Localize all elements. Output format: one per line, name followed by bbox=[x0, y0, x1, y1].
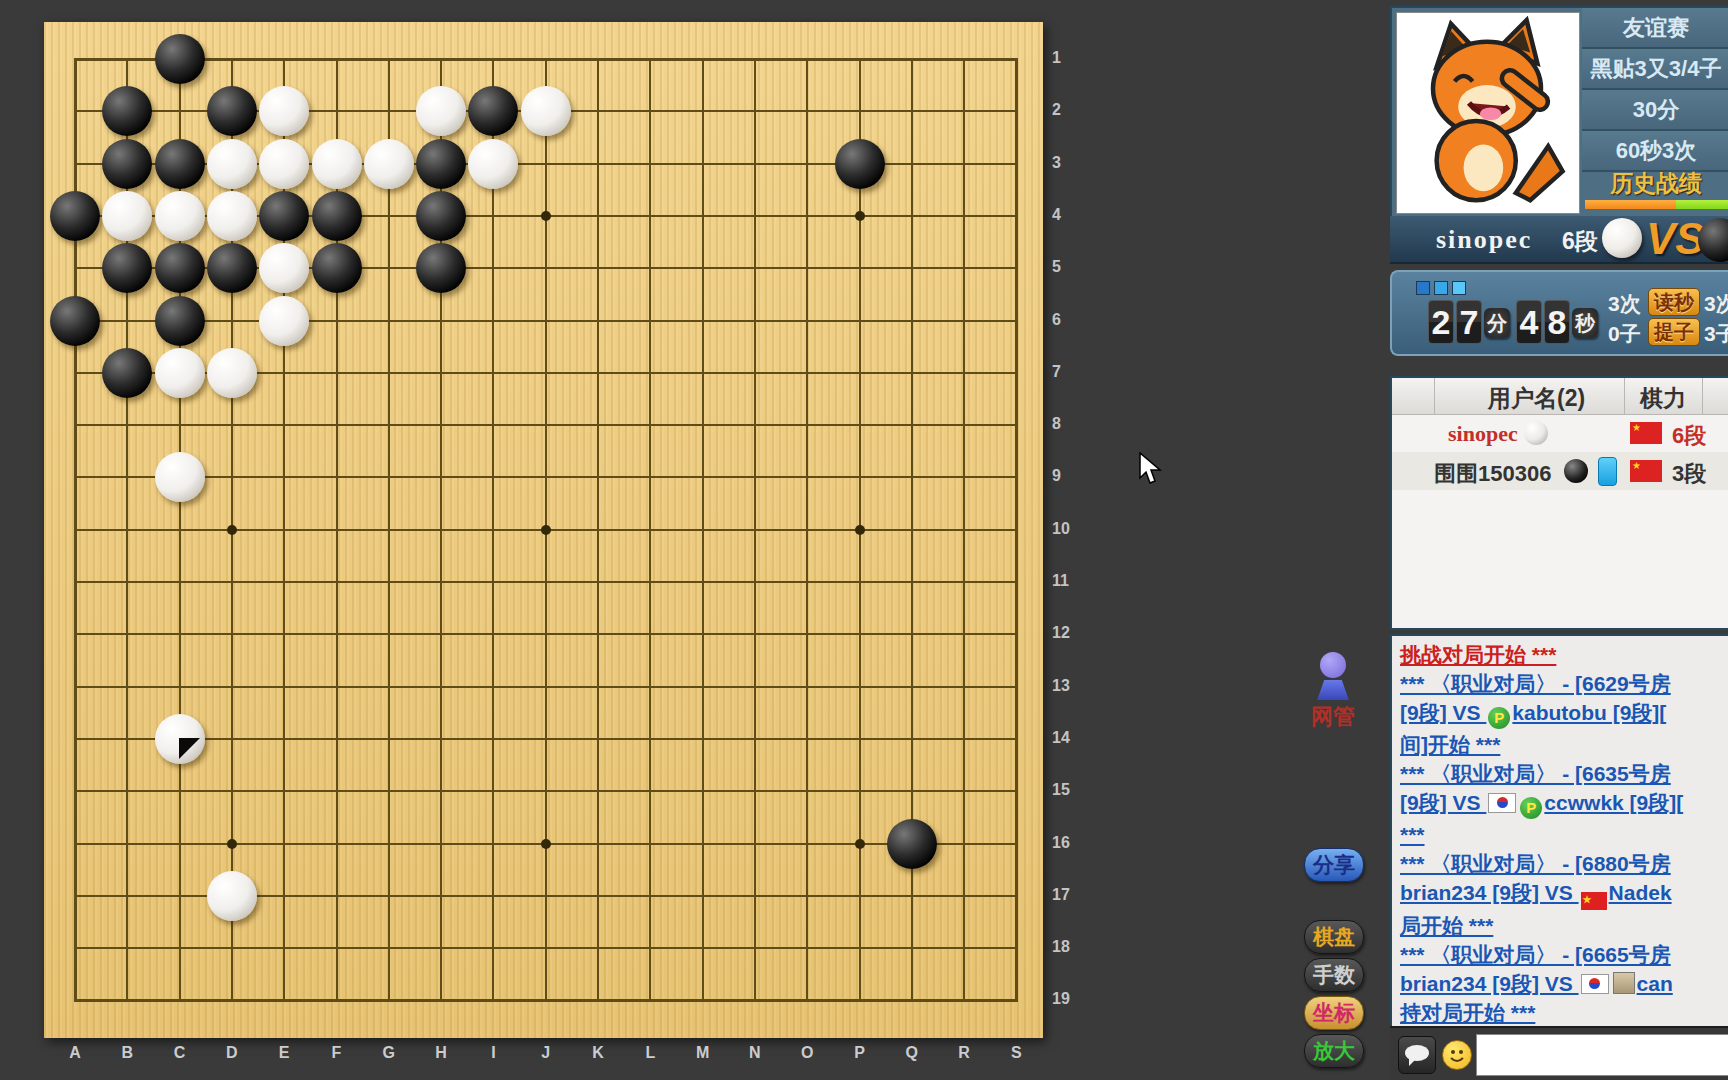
row-label: 1 bbox=[1052, 49, 1086, 67]
black-stone bbox=[259, 191, 309, 241]
column-label: R bbox=[949, 1044, 979, 1062]
black-stone bbox=[207, 243, 257, 293]
black-stone bbox=[835, 139, 885, 189]
broadcast-line[interactable]: brian234 [9段] VS can bbox=[1392, 969, 1728, 998]
p-badge-icon: P bbox=[1520, 797, 1542, 819]
broadcast-text: *** 〈职业对局〉 - [6635号房 bbox=[1400, 762, 1671, 785]
broadcast-text: 间]开始 *** bbox=[1400, 733, 1500, 756]
mouse-cursor bbox=[1138, 452, 1164, 486]
black-stone bbox=[887, 819, 937, 869]
broadcast-line[interactable]: brian234 [9段] VS ★Nadek bbox=[1392, 878, 1728, 911]
user-list-header: 用户名(2) 棋力 bbox=[1392, 378, 1728, 415]
black-stone-icon bbox=[1564, 459, 1588, 483]
column-label: D bbox=[217, 1044, 247, 1062]
broadcast-text: ccwwkk [9段][ bbox=[1544, 791, 1683, 814]
go-board[interactable] bbox=[44, 22, 1043, 1038]
row-label: 18 bbox=[1052, 938, 1086, 956]
history-bar-green bbox=[1676, 200, 1728, 209]
white-stone bbox=[207, 871, 257, 921]
share-button[interactable]: 分享 bbox=[1304, 848, 1364, 882]
row-label: 15 bbox=[1052, 781, 1086, 799]
broadcast-text: kabutobu [9段][ bbox=[1512, 701, 1666, 724]
grid-line-horizontal bbox=[74, 633, 1018, 635]
move-count-button[interactable]: 手数 bbox=[1304, 958, 1364, 992]
last-move-triangle-marker bbox=[179, 738, 200, 759]
column-label: H bbox=[426, 1044, 456, 1062]
broadcast-text: brian234 [9段] VS bbox=[1400, 881, 1579, 904]
smiley-icon bbox=[1443, 1041, 1471, 1069]
column-label: E bbox=[269, 1044, 299, 1062]
main-time-label: 30分 bbox=[1582, 90, 1728, 131]
grid-line-horizontal bbox=[74, 686, 1018, 688]
white-stone bbox=[155, 452, 205, 502]
broadcast-text: *** 〈职业对局〉 - [6629号房 bbox=[1400, 672, 1671, 695]
broadcast-text: can bbox=[1637, 972, 1673, 995]
column-label: F bbox=[322, 1044, 352, 1062]
black-stone bbox=[416, 191, 466, 241]
column-label: C bbox=[165, 1044, 195, 1062]
column-label: K bbox=[583, 1044, 613, 1062]
broadcast-line[interactable]: *** 〈职业对局〉 - [6635号房 bbox=[1392, 759, 1728, 788]
cn-flag-icon: ★ bbox=[1630, 422, 1662, 444]
p-badge-icon: P bbox=[1488, 707, 1510, 729]
white-stone bbox=[155, 191, 205, 241]
white-stone bbox=[259, 296, 309, 346]
grid-line-horizontal bbox=[74, 947, 1018, 949]
coordinates-button[interactable]: 坐标 bbox=[1304, 996, 1364, 1030]
chat-text-input[interactable] bbox=[1476, 1034, 1728, 1076]
clock-indicator-1 bbox=[1416, 281, 1430, 295]
second-unit-badge: 秒 bbox=[1572, 308, 1598, 338]
rank-column-header[interactable]: 棋力 bbox=[1640, 383, 1686, 414]
clock-minute-ones: 7 bbox=[1456, 300, 1482, 344]
broadcast-line[interactable]: 挑战对局开始 *** bbox=[1392, 640, 1728, 669]
board-button[interactable]: 棋盘 bbox=[1304, 920, 1364, 954]
black-stone bbox=[155, 243, 205, 293]
speech-bubble-tail bbox=[1409, 1059, 1416, 1066]
column-label: B bbox=[112, 1044, 142, 1062]
username-column-header[interactable]: 用户名(2) bbox=[1488, 383, 1585, 414]
broadcast-text: [9段] VS bbox=[1400, 701, 1486, 724]
black-stone bbox=[312, 243, 362, 293]
clock-second-ones: 8 bbox=[1544, 300, 1570, 344]
white-stone-icon bbox=[1524, 421, 1548, 445]
black-stone bbox=[416, 243, 466, 293]
column-label: J bbox=[531, 1044, 561, 1062]
match-info-panel: 友谊赛 黑贴3又3/4子 30分 60秒3次 历史战绩 bbox=[1390, 6, 1728, 220]
black-stone bbox=[155, 296, 205, 346]
header-divider bbox=[1624, 378, 1625, 414]
broadcast-text: 局开始 *** bbox=[1400, 914, 1493, 937]
broadcast-line[interactable]: 局开始 *** bbox=[1392, 911, 1728, 940]
black-stone bbox=[102, 348, 152, 398]
black-stone bbox=[207, 86, 257, 136]
column-label: G bbox=[374, 1044, 404, 1062]
user-name: sinopec bbox=[1448, 421, 1518, 447]
star-point bbox=[855, 211, 865, 221]
clock-indicator-2 bbox=[1434, 281, 1448, 295]
komi-label: 黑贴3又3/4子 bbox=[1582, 49, 1728, 90]
row-label: 19 bbox=[1052, 990, 1086, 1008]
row-label: 10 bbox=[1052, 520, 1086, 538]
column-label: I bbox=[478, 1044, 508, 1062]
row-label: 6 bbox=[1052, 311, 1086, 329]
white-stone-icon bbox=[1602, 218, 1642, 258]
header-divider bbox=[1434, 378, 1435, 414]
black-stone bbox=[102, 139, 152, 189]
cn-flag-icon: ★ bbox=[1581, 892, 1607, 910]
column-label: S bbox=[1001, 1044, 1031, 1062]
byoyomi-rule-label: 60秒3次 bbox=[1582, 131, 1728, 172]
grid-line-vertical bbox=[754, 58, 756, 1002]
white-stone bbox=[521, 86, 571, 136]
black-stone bbox=[102, 243, 152, 293]
star-point bbox=[855, 525, 865, 535]
broadcast-line[interactable]: *** 〈职业对局〉 - [6880号房 bbox=[1392, 849, 1728, 878]
white-stone bbox=[207, 191, 257, 241]
mobile-device-icon bbox=[1598, 457, 1617, 486]
white-stone bbox=[312, 139, 362, 189]
minute-unit-badge: 分 bbox=[1484, 308, 1510, 338]
game-clock-panel: 2 7 分 4 8 秒 3次 读秒 3次 0子 提子 3子 bbox=[1390, 270, 1728, 356]
byoyomi-left-count: 3次 bbox=[1608, 290, 1641, 318]
admin-label: 网管 bbox=[1310, 702, 1356, 732]
white-stone bbox=[416, 86, 466, 136]
captures-right-count: 3子 bbox=[1704, 320, 1728, 348]
black-stone bbox=[50, 296, 100, 346]
history-winrate-bar bbox=[1585, 200, 1728, 209]
chat-input-bar bbox=[1390, 1026, 1728, 1080]
fox-mascot-logo bbox=[1396, 12, 1580, 214]
user-row-opponent[interactable]: 围围150306 ★ 3段 bbox=[1392, 452, 1728, 490]
broadcast-line[interactable]: *** bbox=[1392, 820, 1728, 849]
white-stone bbox=[259, 243, 309, 293]
white-player-name: sinopec bbox=[1436, 225, 1532, 255]
history-record-link[interactable]: 历史战绩 bbox=[1582, 168, 1728, 199]
row-label: 2 bbox=[1052, 101, 1086, 119]
broadcast-text: [9段] VS bbox=[1400, 791, 1486, 814]
row-label: 13 bbox=[1052, 677, 1086, 695]
broadcast-text: 持对局开始 *** bbox=[1400, 1001, 1535, 1024]
row-label: 8 bbox=[1052, 415, 1086, 433]
column-label: Q bbox=[897, 1044, 927, 1062]
grid-line-horizontal bbox=[74, 790, 1018, 792]
black-stone bbox=[155, 139, 205, 189]
broadcast-chat-panel: 挑战对局开始 ****** 〈职业对局〉 - [6629号房[9段] VS Pk… bbox=[1390, 634, 1728, 1034]
row-label: 12 bbox=[1052, 624, 1086, 642]
white-stone bbox=[207, 139, 257, 189]
star-point bbox=[855, 839, 865, 849]
user-list-panel: 用户名(2) 棋力 sinopec ★ 6段 围围150306 ★ 3段 bbox=[1390, 376, 1728, 630]
header-divider bbox=[1702, 378, 1703, 414]
clock-second-tens: 4 bbox=[1516, 300, 1542, 344]
person-icon-body bbox=[1311, 680, 1355, 700]
row-label: 11 bbox=[1052, 572, 1086, 590]
broadcast-text: brian234 [9段] VS bbox=[1400, 972, 1579, 995]
cn-flag-icon: ★ bbox=[1630, 460, 1662, 482]
row-label: 9 bbox=[1052, 467, 1086, 485]
chat-bubble-button[interactable] bbox=[1398, 1036, 1436, 1074]
row-label: 3 bbox=[1052, 154, 1086, 172]
kr-flag-icon bbox=[1581, 974, 1609, 994]
broadcast-line[interactable]: 持对局开始 *** bbox=[1392, 998, 1728, 1027]
white-player-rank: 6段 bbox=[1562, 226, 1598, 257]
emoji-button[interactable] bbox=[1442, 1040, 1472, 1070]
row-label: 14 bbox=[1052, 729, 1086, 747]
white-stone bbox=[259, 139, 309, 189]
star-point bbox=[541, 525, 551, 535]
grid-line-vertical bbox=[806, 58, 808, 1002]
admin-badge[interactable]: 网管 bbox=[1310, 652, 1356, 732]
broadcast-line[interactable]: [9段] VS Pccwwkk [9段][ bbox=[1392, 788, 1728, 820]
black-stone bbox=[312, 191, 362, 241]
broadcast-line[interactable]: [9段] VS Pkabutobu [9段][ bbox=[1392, 698, 1728, 730]
star-point bbox=[227, 839, 237, 849]
column-label: L bbox=[635, 1044, 665, 1062]
black-stone bbox=[50, 191, 100, 241]
column-label: O bbox=[792, 1044, 822, 1062]
row-label: 7 bbox=[1052, 363, 1086, 381]
avatar-icon bbox=[1613, 972, 1635, 994]
broadcast-text: *** 〈职业对局〉 - [6880号房 bbox=[1400, 852, 1671, 875]
black-stone bbox=[102, 86, 152, 136]
row-label: 4 bbox=[1052, 206, 1086, 224]
white-stone bbox=[102, 191, 152, 241]
column-label: P bbox=[845, 1044, 875, 1062]
row-label: 16 bbox=[1052, 834, 1086, 852]
column-label: A bbox=[60, 1044, 90, 1062]
history-bar-orange bbox=[1585, 200, 1676, 209]
black-stone bbox=[468, 86, 518, 136]
grid-line-vertical bbox=[649, 58, 651, 1002]
white-stone bbox=[259, 86, 309, 136]
kr-flag-icon bbox=[1488, 793, 1516, 813]
white-stone bbox=[155, 348, 205, 398]
broadcast-text: *** 〈职业对局〉 - [6665号房 bbox=[1400, 943, 1671, 966]
grid-line-vertical bbox=[963, 58, 965, 1002]
star-point bbox=[541, 211, 551, 221]
magnify-button[interactable]: 放大 bbox=[1304, 1034, 1364, 1068]
match-type-label: 友谊赛 bbox=[1582, 8, 1728, 49]
byoyomi-right-count: 3次 bbox=[1704, 290, 1728, 318]
vs-label: VS bbox=[1646, 216, 1705, 264]
byoyomi-badge: 读秒 bbox=[1648, 288, 1700, 316]
column-label: M bbox=[688, 1044, 718, 1062]
white-stone bbox=[468, 139, 518, 189]
grid-line-vertical bbox=[702, 58, 704, 1002]
star-point bbox=[227, 525, 237, 535]
captures-badge: 提子 bbox=[1648, 318, 1700, 346]
grid-line-vertical bbox=[1015, 58, 1018, 1002]
white-stone bbox=[364, 139, 414, 189]
person-icon bbox=[1320, 652, 1346, 678]
broadcast-text: 挑战对局开始 *** bbox=[1400, 643, 1556, 666]
broadcast-line[interactable]: *** 〈职业对局〉 - [6665号房 bbox=[1392, 940, 1728, 969]
clock-minute-tens: 2 bbox=[1428, 300, 1454, 344]
column-label: N bbox=[740, 1044, 770, 1062]
grid-line-horizontal bbox=[74, 999, 1018, 1002]
white-stone bbox=[207, 348, 257, 398]
broadcast-line[interactable]: *** 〈职业对局〉 - [6629号房 bbox=[1392, 669, 1728, 698]
broadcast-line[interactable]: 间]开始 *** bbox=[1392, 730, 1728, 759]
user-row-sinopec[interactable]: sinopec ★ 6段 bbox=[1392, 414, 1728, 452]
grid-line-horizontal bbox=[74, 738, 1018, 740]
black-stone bbox=[155, 34, 205, 84]
broadcast-text: Nadek bbox=[1609, 881, 1672, 904]
user-rank: 6段 bbox=[1672, 421, 1706, 451]
row-label: 17 bbox=[1052, 886, 1086, 904]
players-vs-bar: sinopec 6段 VS bbox=[1390, 216, 1728, 264]
grid-line-vertical bbox=[597, 58, 599, 1002]
fox-icon bbox=[1397, 13, 1577, 211]
broadcast-text: *** bbox=[1400, 823, 1425, 846]
user-rank: 3段 bbox=[1672, 459, 1706, 489]
row-label: 5 bbox=[1052, 258, 1086, 276]
white-stone bbox=[155, 714, 205, 764]
user-name: 围围150306 bbox=[1434, 459, 1551, 489]
captures-left-count: 0子 bbox=[1608, 320, 1641, 348]
star-point bbox=[541, 839, 551, 849]
grid-line-horizontal bbox=[74, 581, 1018, 583]
black-stone bbox=[416, 139, 466, 189]
clock-indicator-3 bbox=[1452, 281, 1466, 295]
